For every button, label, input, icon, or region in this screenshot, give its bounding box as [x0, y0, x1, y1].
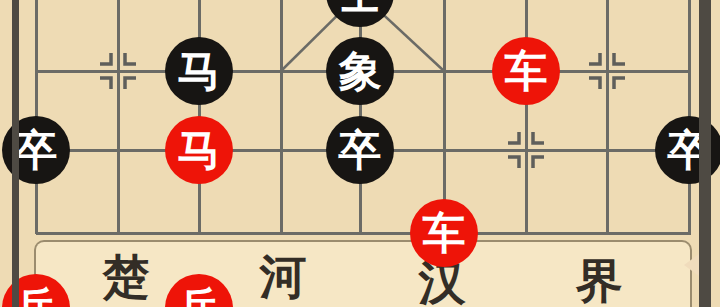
file-line-g — [525, 0, 528, 234]
piece-red-horse-c7[interactable]: 马 — [165, 116, 233, 184]
file-line-h — [606, 0, 609, 234]
piece-black-horse-c8[interactable]: 马 — [165, 37, 233, 105]
piece-black-advisor-e9[interactable]: 士 — [326, 0, 394, 27]
rank-line-2 — [36, 232, 691, 235]
board-left-border — [12, 0, 19, 307]
river-text-河: 河 — [260, 246, 307, 307]
board-right-border — [699, 0, 711, 307]
panel-collapse-arrow-icon[interactable] — [684, 254, 699, 276]
xiangqi-board[interactable]: 楚河汉界 士马象车卒马卒卒车兵兵 — [0, 0, 720, 307]
piece-black-soldier-e7[interactable]: 卒 — [326, 116, 394, 184]
river-text-界: 界 — [576, 250, 623, 307]
river-text-楚: 楚 — [103, 246, 150, 307]
piece-red-chariot-g8[interactable]: 车 — [492, 37, 560, 105]
piece-black-elephant-e8[interactable]: 象 — [326, 37, 394, 105]
piece-red-chariot-f6[interactable]: 车 — [410, 199, 478, 267]
file-line-d — [280, 0, 283, 234]
file-line-b — [117, 0, 120, 234]
